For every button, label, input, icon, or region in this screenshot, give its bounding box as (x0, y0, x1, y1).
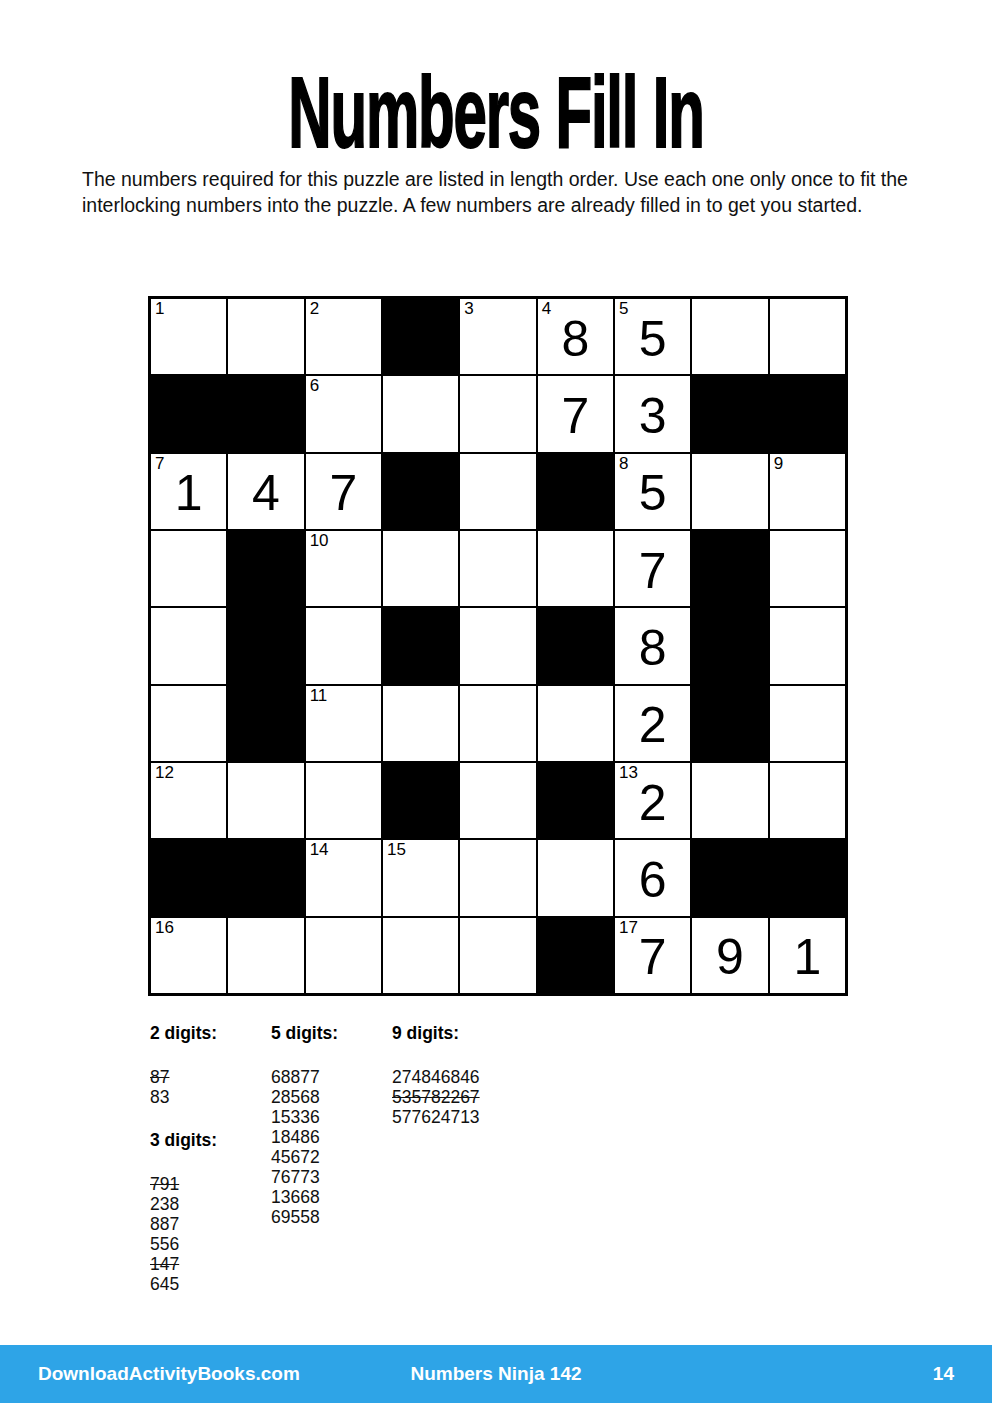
grid-cell-r4c2 (228, 531, 303, 606)
grid-cell-r6c4[interactable] (383, 686, 458, 761)
grid-cell-r8c6[interactable] (538, 840, 613, 915)
clue-number: 14 (310, 841, 329, 860)
list-number: 69558 (271, 1207, 392, 1227)
cell-value: 7 (306, 468, 381, 518)
number-list-section: 9 digits:274846846535782267577624713 (392, 1022, 480, 1127)
page-title: Numbers Fill In (198, 62, 793, 162)
list-number: 18486 (271, 1127, 392, 1147)
cell-value: 8 (538, 314, 613, 364)
cell-value: 4 (228, 468, 303, 518)
grid-cell-r9c5[interactable] (460, 918, 535, 993)
grid-cell-r2c8 (692, 376, 767, 451)
grid-cell-r8c8 (692, 840, 767, 915)
grid-cell-r2c9 (770, 376, 845, 451)
grid-cell-r2c3[interactable]: 6 (306, 376, 381, 451)
grid-cell-r3c1[interactable]: 71 (151, 454, 226, 529)
grid-cell-r6c6[interactable] (538, 686, 613, 761)
grid-cell-r2c2 (228, 376, 303, 451)
number-list-section: 2 digits:8783 (150, 1022, 271, 1107)
number-lists: 2 digits:87833 digits:791238887556147645… (150, 1022, 480, 1316)
grid-cell-r9c2[interactable] (228, 918, 303, 993)
grid-cell-r4c7[interactable]: 7 (615, 531, 690, 606)
list-number: 535782267 (392, 1087, 480, 1107)
grid-cell-r8c2 (228, 840, 303, 915)
grid-cell-r3c5[interactable] (460, 454, 535, 529)
footer-series-name: Numbers Ninja 142 (343, 1363, 648, 1385)
grid-cell-r1c8[interactable] (692, 299, 767, 374)
grid-cell-r3c4 (383, 454, 458, 529)
grid-cell-r8c9 (770, 840, 845, 915)
grid-cell-r4c5[interactable] (460, 531, 535, 606)
grid-cell-r2c1 (151, 376, 226, 451)
grid-cell-r5c9[interactable] (770, 608, 845, 683)
grid-cell-r8c5[interactable] (460, 840, 535, 915)
footer-bar: DownloadActivityBooks.com Numbers Ninja … (0, 1345, 992, 1403)
clue-number: 2 (310, 300, 319, 319)
cell-value: 1 (770, 932, 845, 982)
grid-cell-r9c4[interactable] (383, 918, 458, 993)
list-number: 68877 (271, 1067, 392, 1087)
clue-number: 10 (310, 532, 329, 551)
grid-cell-r5c2 (228, 608, 303, 683)
grid-cell-r1c5[interactable]: 3 (460, 299, 535, 374)
grid-cell-r3c2[interactable]: 4 (228, 454, 303, 529)
list-number: 76773 (271, 1167, 392, 1187)
grid-cell-r9c1[interactable]: 16 (151, 918, 226, 993)
footer-site-name: DownloadActivityBooks.com (38, 1363, 343, 1385)
grid-cell-r5c7[interactable]: 8 (615, 608, 690, 683)
grid-cell-r9c6 (538, 918, 613, 993)
grid-cell-r4c8 (692, 531, 767, 606)
grid-cell-r2c4[interactable] (383, 376, 458, 451)
grid-cell-r8c1 (151, 840, 226, 915)
grid-cell-r6c1[interactable] (151, 686, 226, 761)
cell-value: 5 (615, 314, 690, 364)
puzzle-grid: 1234855673714785910781121213214156161779… (148, 296, 848, 996)
grid-cell-r7c1[interactable]: 12 (151, 763, 226, 838)
clue-number: 11 (310, 687, 328, 706)
list-number: 645 (150, 1274, 271, 1294)
grid-cell-r4c9[interactable] (770, 531, 845, 606)
cell-value: 1 (151, 468, 226, 518)
grid-cell-r6c7[interactable]: 2 (615, 686, 690, 761)
number-list-section: 5 digits:6887728568153361848645672767731… (271, 1022, 392, 1227)
grid-cell-r7c5[interactable] (460, 763, 535, 838)
grid-cell-r4c1[interactable] (151, 531, 226, 606)
grid-cell-r2c7[interactable]: 3 (615, 376, 690, 451)
grid-cell-r5c3[interactable] (306, 608, 381, 683)
cell-value: 6 (615, 855, 690, 905)
grid-cell-r5c1[interactable] (151, 608, 226, 683)
grid-cell-r5c4 (383, 608, 458, 683)
list-number: 556 (150, 1234, 271, 1254)
number-list-column-2: 5 digits:6887728568153361848645672767731… (271, 1022, 392, 1249)
list-header: 9 digits: (392, 1022, 480, 1044)
clue-number: 9 (774, 455, 783, 474)
clue-number: 12 (155, 764, 174, 783)
number-list-column-3: 9 digits:274846846535782267577624713 (392, 1022, 480, 1149)
clue-number: 6 (310, 377, 319, 396)
cell-value: 5 (615, 468, 690, 518)
grid-cell-r1c1[interactable]: 1 (151, 299, 226, 374)
grid-cell-r1c9[interactable] (770, 299, 845, 374)
grid-cell-r9c3[interactable] (306, 918, 381, 993)
clue-number: 16 (155, 919, 174, 938)
grid-cell-r7c3[interactable] (306, 763, 381, 838)
grid-cell-r1c6[interactable]: 48 (538, 299, 613, 374)
list-number: 15336 (271, 1107, 392, 1127)
cell-value: 7 (615, 546, 690, 596)
grid-cell-r5c6 (538, 608, 613, 683)
grid-cell-r3c8[interactable] (692, 454, 767, 529)
grid-cell-r4c6[interactable] (538, 531, 613, 606)
grid-cell-r2c5[interactable] (460, 376, 535, 451)
grid-cell-r3c7[interactable]: 85 (615, 454, 690, 529)
grid-cell-r9c8[interactable]: 9 (692, 918, 767, 993)
list-number: 83 (150, 1087, 271, 1107)
cell-value: 2 (615, 778, 690, 828)
cell-value: 3 (615, 391, 690, 441)
grid-cell-r9c9[interactable]: 1 (770, 918, 845, 993)
grid-cell-r7c7[interactable]: 132 (615, 763, 690, 838)
list-number: 45672 (271, 1147, 392, 1167)
grid-cell-r4c3[interactable]: 10 (306, 531, 381, 606)
list-number: 28568 (271, 1087, 392, 1107)
grid-cell-r5c8 (692, 608, 767, 683)
grid-cell-r1c2[interactable] (228, 299, 303, 374)
grid-cell-r3c6 (538, 454, 613, 529)
grid-cell-r6c3[interactable]: 11 (306, 686, 381, 761)
list-number: 147 (150, 1254, 271, 1274)
list-header: 3 digits: (150, 1129, 271, 1151)
clue-number: 15 (387, 841, 406, 860)
grid-cell-r1c7[interactable]: 55 (615, 299, 690, 374)
list-number: 274846846 (392, 1067, 480, 1087)
grid-cell-r8c7[interactable]: 6 (615, 840, 690, 915)
list-number: 13668 (271, 1187, 392, 1207)
cell-value: 7 (615, 932, 690, 982)
grid-cell-r5c5[interactable] (460, 608, 535, 683)
grid-cell-r9c7[interactable]: 177 (615, 918, 690, 993)
clue-number: 1 (155, 300, 164, 319)
grid-cell-r1c4 (383, 299, 458, 374)
grid-cell-r8c4[interactable]: 15 (383, 840, 458, 915)
cell-value: 2 (615, 700, 690, 750)
number-list-column-1: 2 digits:87833 digits:791238887556147645 (150, 1022, 271, 1316)
grid-cell-r6c5[interactable] (460, 686, 535, 761)
cell-value: 9 (692, 932, 767, 982)
grid-cell-r7c6 (538, 763, 613, 838)
list-number: 791 (150, 1174, 271, 1194)
list-number: 87 (150, 1067, 271, 1087)
grid-cell-r6c8 (692, 686, 767, 761)
grid-cell-r8c3[interactable]: 14 (306, 840, 381, 915)
grid-cell-r3c3[interactable]: 7 (306, 454, 381, 529)
list-number: 238 (150, 1194, 271, 1214)
list-number: 887 (150, 1214, 271, 1234)
number-list-section: 3 digits:791238887556147645 (150, 1129, 271, 1294)
list-header: 5 digits: (271, 1022, 392, 1044)
list-header: 2 digits: (150, 1022, 271, 1044)
grid-cell-r1c3[interactable]: 2 (306, 299, 381, 374)
list-number: 577624713 (392, 1107, 480, 1127)
grid-cell-r7c4 (383, 763, 458, 838)
instructions-text: The numbers required for this puzzle are… (82, 166, 930, 218)
grid-cell-r3c9[interactable]: 9 (770, 454, 845, 529)
grid-cell-r2c6[interactable]: 7 (538, 376, 613, 451)
cell-value: 7 (538, 391, 613, 441)
clue-number: 3 (464, 300, 473, 319)
grid-cell-r6c9[interactable] (770, 686, 845, 761)
grid-cell-r7c8[interactable] (692, 763, 767, 838)
grid-cell-r4c4[interactable] (383, 531, 458, 606)
footer-page-number: 14 (649, 1363, 954, 1385)
worksheet-page: Numbers Fill In The numbers required for… (0, 0, 992, 1403)
grid-cell-r7c2[interactable] (228, 763, 303, 838)
grid-cell-r7c9[interactable] (770, 763, 845, 838)
cell-value: 8 (615, 623, 690, 673)
grid-cell-r6c2 (228, 686, 303, 761)
